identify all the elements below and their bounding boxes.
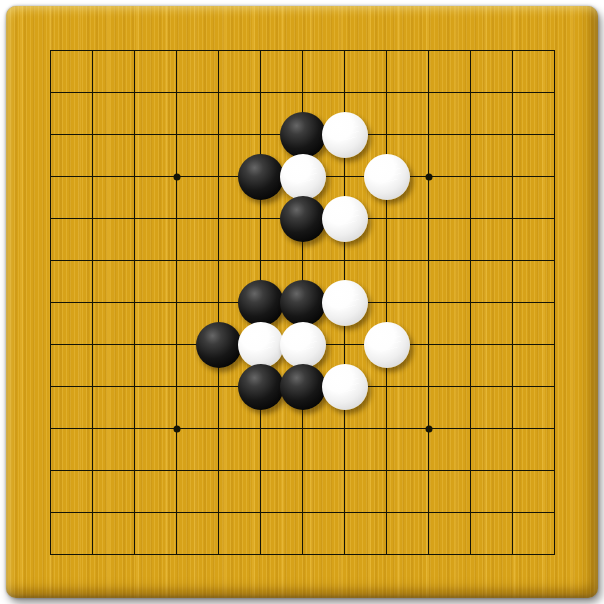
stone-white-F6 bbox=[238, 322, 284, 368]
stone-black-F10 bbox=[238, 154, 284, 200]
stone-black-F5 bbox=[238, 364, 284, 410]
board-grid[interactable] bbox=[50, 50, 555, 555]
stone-black-G11 bbox=[280, 112, 326, 158]
stone-white-H7 bbox=[322, 280, 368, 326]
stone-white-H11 bbox=[322, 112, 368, 158]
stone-black-F7 bbox=[238, 280, 284, 326]
star-point bbox=[173, 425, 180, 432]
go-board[interactable] bbox=[6, 6, 598, 598]
stone-black-E6 bbox=[196, 322, 242, 368]
star-point bbox=[173, 173, 180, 180]
stone-black-G5 bbox=[280, 364, 326, 410]
stone-black-G9 bbox=[280, 196, 326, 242]
stone-black-G7 bbox=[280, 280, 326, 326]
stone-white-H9 bbox=[322, 196, 368, 242]
stone-white-G10 bbox=[280, 154, 326, 200]
stone-white-H5 bbox=[322, 364, 368, 410]
star-point bbox=[425, 425, 432, 432]
stone-white-J10 bbox=[364, 154, 410, 200]
go-game-screen bbox=[0, 0, 604, 604]
stone-white-G6 bbox=[280, 322, 326, 368]
stone-white-J6 bbox=[364, 322, 410, 368]
star-point bbox=[425, 173, 432, 180]
